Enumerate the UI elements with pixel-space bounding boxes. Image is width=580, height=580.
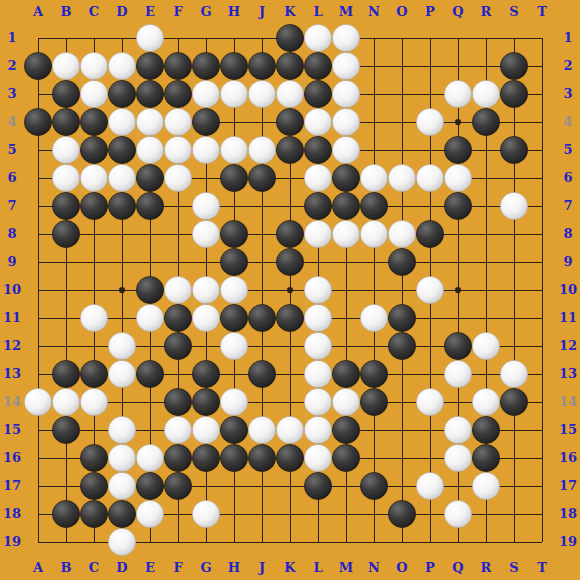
black-stone-L5 xyxy=(304,136,331,163)
row-label-left-10: 10 xyxy=(0,280,26,300)
row-label-left-1: 1 xyxy=(0,28,26,48)
black-stone-E7 xyxy=(136,192,163,219)
black-stone-D3 xyxy=(108,80,135,107)
black-stone-L2 xyxy=(304,52,331,79)
black-stone-B8 xyxy=(52,220,79,247)
col-label-top-Q: Q xyxy=(444,2,472,22)
black-stone-A2 xyxy=(24,52,51,79)
black-stone-F2 xyxy=(164,52,191,79)
black-stone-G2 xyxy=(192,52,219,79)
black-stone-C16 xyxy=(80,444,107,471)
white-stone-G18 xyxy=(192,500,219,527)
col-label-top-H: H xyxy=(220,2,248,22)
black-stone-K16 xyxy=(276,444,303,471)
white-stone-R14 xyxy=(472,388,499,415)
white-stone-B2 xyxy=(52,52,79,79)
black-stone-E2 xyxy=(136,52,163,79)
col-label-top-E: E xyxy=(136,2,164,22)
white-stone-D15 xyxy=(108,416,135,443)
black-stone-R16 xyxy=(472,444,499,471)
white-stone-H3 xyxy=(220,80,247,107)
black-stone-K9 xyxy=(276,248,303,275)
black-stone-O18 xyxy=(388,500,415,527)
white-stone-Q13 xyxy=(444,360,471,387)
row-label-left-2: 2 xyxy=(0,56,26,76)
white-stone-L10 xyxy=(304,276,331,303)
black-stone-H6 xyxy=(220,164,247,191)
black-stone-M13 xyxy=(332,360,359,387)
col-label-bottom-K: K xyxy=(276,558,304,578)
hoshi-D10 xyxy=(119,287,125,293)
row-label-left-15: 15 xyxy=(0,420,26,440)
black-stone-R15 xyxy=(472,416,499,443)
white-stone-C3 xyxy=(80,80,107,107)
white-stone-E18 xyxy=(136,500,163,527)
col-label-top-J: J xyxy=(248,2,276,22)
white-stone-L4 xyxy=(304,108,331,135)
col-label-bottom-Q: Q xyxy=(444,558,472,578)
black-stone-M6 xyxy=(332,164,359,191)
col-label-top-C: C xyxy=(80,2,108,22)
white-stone-H5 xyxy=(220,136,247,163)
black-stone-F17 xyxy=(164,472,191,499)
col-label-bottom-N: N xyxy=(360,558,388,578)
white-stone-M2 xyxy=(332,52,359,79)
row-label-left-11: 11 xyxy=(0,308,26,328)
black-stone-N7 xyxy=(360,192,387,219)
white-stone-L1 xyxy=(304,24,331,51)
white-stone-Q6 xyxy=(444,164,471,191)
white-stone-P14 xyxy=(416,388,443,415)
white-stone-E5 xyxy=(136,136,163,163)
black-stone-D5 xyxy=(108,136,135,163)
black-stone-L17 xyxy=(304,472,331,499)
black-stone-B18 xyxy=(52,500,79,527)
black-stone-B15 xyxy=(52,416,79,443)
row-label-right-1: 1 xyxy=(554,28,580,48)
white-stone-G8 xyxy=(192,220,219,247)
black-stone-C7 xyxy=(80,192,107,219)
white-stone-Q15 xyxy=(444,416,471,443)
row-label-left-8: 8 xyxy=(0,224,26,244)
white-stone-O8 xyxy=(388,220,415,247)
black-stone-F3 xyxy=(164,80,191,107)
col-label-bottom-G: G xyxy=(192,558,220,578)
white-stone-M1 xyxy=(332,24,359,51)
black-stone-E3 xyxy=(136,80,163,107)
white-stone-M5 xyxy=(332,136,359,163)
white-stone-B5 xyxy=(52,136,79,163)
black-stone-B7 xyxy=(52,192,79,219)
col-label-bottom-S: S xyxy=(500,558,528,578)
black-stone-B13 xyxy=(52,360,79,387)
black-stone-N13 xyxy=(360,360,387,387)
row-label-left-17: 17 xyxy=(0,476,26,496)
white-stone-D2 xyxy=(108,52,135,79)
white-stone-Q16 xyxy=(444,444,471,471)
row-label-left-18: 18 xyxy=(0,504,26,524)
white-stone-S13 xyxy=(500,360,527,387)
black-stone-S2 xyxy=(500,52,527,79)
white-stone-P6 xyxy=(416,164,443,191)
row-label-right-17: 17 xyxy=(554,476,580,496)
row-label-right-4: 4 xyxy=(554,112,580,132)
col-label-top-B: B xyxy=(52,2,80,22)
white-stone-R3 xyxy=(472,80,499,107)
black-stone-F14 xyxy=(164,388,191,415)
white-stone-J5 xyxy=(248,136,275,163)
black-stone-F12 xyxy=(164,332,191,359)
black-stone-E17 xyxy=(136,472,163,499)
row-label-left-19: 19 xyxy=(0,532,26,552)
col-label-top-A: A xyxy=(24,2,52,22)
black-stone-O11 xyxy=(388,304,415,331)
white-stone-G11 xyxy=(192,304,219,331)
black-stone-F16 xyxy=(164,444,191,471)
row-label-right-19: 19 xyxy=(554,532,580,552)
white-stone-G10 xyxy=(192,276,219,303)
white-stone-F10 xyxy=(164,276,191,303)
black-stone-M16 xyxy=(332,444,359,471)
black-stone-P8 xyxy=(416,220,443,247)
row-label-left-12: 12 xyxy=(0,336,26,356)
row-label-right-15: 15 xyxy=(554,420,580,440)
row-label-left-16: 16 xyxy=(0,448,26,468)
black-stone-K1 xyxy=(276,24,303,51)
col-label-top-M: M xyxy=(332,2,360,22)
black-stone-Q12 xyxy=(444,332,471,359)
white-stone-L8 xyxy=(304,220,331,247)
col-label-top-R: R xyxy=(472,2,500,22)
black-stone-H8 xyxy=(220,220,247,247)
black-stone-S3 xyxy=(500,80,527,107)
black-stone-N17 xyxy=(360,472,387,499)
white-stone-H12 xyxy=(220,332,247,359)
white-stone-F5 xyxy=(164,136,191,163)
black-stone-K5 xyxy=(276,136,303,163)
white-stone-J3 xyxy=(248,80,275,107)
hoshi-Q10 xyxy=(455,287,461,293)
row-label-left-6: 6 xyxy=(0,168,26,188)
white-stone-N11 xyxy=(360,304,387,331)
black-stone-L3 xyxy=(304,80,331,107)
row-label-right-10: 10 xyxy=(554,280,580,300)
black-stone-H16 xyxy=(220,444,247,471)
row-label-right-2: 2 xyxy=(554,56,580,76)
black-stone-E6 xyxy=(136,164,163,191)
col-label-bottom-O: O xyxy=(388,558,416,578)
black-stone-C4 xyxy=(80,108,107,135)
col-label-bottom-F: F xyxy=(164,558,192,578)
col-label-bottom-J: J xyxy=(248,558,276,578)
white-stone-P10 xyxy=(416,276,443,303)
white-stone-E16 xyxy=(136,444,163,471)
white-stone-M14 xyxy=(332,388,359,415)
col-label-top-S: S xyxy=(500,2,528,22)
row-label-right-11: 11 xyxy=(554,308,580,328)
black-stone-K4 xyxy=(276,108,303,135)
black-stone-E10 xyxy=(136,276,163,303)
hoshi-Q4 xyxy=(455,119,461,125)
black-stone-K8 xyxy=(276,220,303,247)
black-stone-A4 xyxy=(24,108,51,135)
black-stone-J16 xyxy=(248,444,275,471)
black-stone-B4 xyxy=(52,108,79,135)
black-stone-K11 xyxy=(276,304,303,331)
col-label-top-G: G xyxy=(192,2,220,22)
row-label-left-14: 14 xyxy=(0,392,26,412)
col-label-bottom-P: P xyxy=(416,558,444,578)
white-stone-L6 xyxy=(304,164,331,191)
col-label-top-P: P xyxy=(416,2,444,22)
black-stone-D18 xyxy=(108,500,135,527)
white-stone-C14 xyxy=(80,388,107,415)
row-label-right-3: 3 xyxy=(554,84,580,104)
col-label-bottom-R: R xyxy=(472,558,500,578)
white-stone-C6 xyxy=(80,164,107,191)
row-label-left-13: 13 xyxy=(0,364,26,384)
black-stone-J11 xyxy=(248,304,275,331)
col-label-bottom-H: H xyxy=(220,558,248,578)
row-label-right-8: 8 xyxy=(554,224,580,244)
white-stone-O6 xyxy=(388,164,415,191)
white-stone-P4 xyxy=(416,108,443,135)
black-stone-F11 xyxy=(164,304,191,331)
white-stone-B14 xyxy=(52,388,79,415)
black-stone-G13 xyxy=(192,360,219,387)
black-stone-S14 xyxy=(500,388,527,415)
white-stone-D17 xyxy=(108,472,135,499)
row-label-left-9: 9 xyxy=(0,252,26,272)
col-label-top-F: F xyxy=(164,2,192,22)
row-label-right-6: 6 xyxy=(554,168,580,188)
black-stone-N14 xyxy=(360,388,387,415)
col-label-top-T: T xyxy=(528,2,556,22)
white-stone-C2 xyxy=(80,52,107,79)
row-label-left-4: 4 xyxy=(0,112,26,132)
white-stone-M8 xyxy=(332,220,359,247)
white-stone-D12 xyxy=(108,332,135,359)
black-stone-O12 xyxy=(388,332,415,359)
black-stone-O9 xyxy=(388,248,415,275)
row-label-left-7: 7 xyxy=(0,196,26,216)
col-label-top-N: N xyxy=(360,2,388,22)
black-stone-G16 xyxy=(192,444,219,471)
black-stone-K2 xyxy=(276,52,303,79)
row-label-right-7: 7 xyxy=(554,196,580,216)
white-stone-A14 xyxy=(24,388,51,415)
white-stone-L12 xyxy=(304,332,331,359)
white-stone-P17 xyxy=(416,472,443,499)
black-stone-S5 xyxy=(500,136,527,163)
hoshi-K10 xyxy=(287,287,293,293)
col-label-bottom-E: E xyxy=(136,558,164,578)
col-label-bottom-C: C xyxy=(80,558,108,578)
black-stone-J6 xyxy=(248,164,275,191)
black-stone-C5 xyxy=(80,136,107,163)
black-stone-D7 xyxy=(108,192,135,219)
col-label-top-O: O xyxy=(388,2,416,22)
white-stone-D16 xyxy=(108,444,135,471)
go-board-screen: ABCDEFGHJKLMNOPQRST ABCDEFGHJKLMNOPQRST … xyxy=(0,0,580,580)
white-stone-K15 xyxy=(276,416,303,443)
white-stone-L13 xyxy=(304,360,331,387)
black-stone-L7 xyxy=(304,192,331,219)
black-stone-H9 xyxy=(220,248,247,275)
row-label-right-14: 14 xyxy=(554,392,580,412)
white-stone-D19 xyxy=(108,528,135,555)
black-stone-J2 xyxy=(248,52,275,79)
white-stone-G3 xyxy=(192,80,219,107)
white-stone-E1 xyxy=(136,24,163,51)
white-stone-Q18 xyxy=(444,500,471,527)
white-stone-H10 xyxy=(220,276,247,303)
white-stone-L16 xyxy=(304,444,331,471)
col-label-top-D: D xyxy=(108,2,136,22)
row-label-right-13: 13 xyxy=(554,364,580,384)
white-stone-G7 xyxy=(192,192,219,219)
white-stone-L15 xyxy=(304,416,331,443)
white-stone-G5 xyxy=(192,136,219,163)
col-label-top-K: K xyxy=(276,2,304,22)
black-stone-C17 xyxy=(80,472,107,499)
white-stone-M4 xyxy=(332,108,359,135)
black-stone-M15 xyxy=(332,416,359,443)
black-stone-R4 xyxy=(472,108,499,135)
black-stone-G14 xyxy=(192,388,219,415)
white-stone-R17 xyxy=(472,472,499,499)
black-stone-M7 xyxy=(332,192,359,219)
col-label-bottom-M: M xyxy=(332,558,360,578)
black-stone-G4 xyxy=(192,108,219,135)
white-stone-C11 xyxy=(80,304,107,331)
row-label-right-16: 16 xyxy=(554,448,580,468)
black-stone-B3 xyxy=(52,80,79,107)
white-stone-H14 xyxy=(220,388,247,415)
col-label-bottom-L: L xyxy=(304,558,332,578)
black-stone-H2 xyxy=(220,52,247,79)
col-label-bottom-B: B xyxy=(52,558,80,578)
white-stone-M3 xyxy=(332,80,359,107)
white-stone-B6 xyxy=(52,164,79,191)
row-label-left-5: 5 xyxy=(0,140,26,160)
col-label-bottom-A: A xyxy=(24,558,52,578)
white-stone-E4 xyxy=(136,108,163,135)
black-stone-H11 xyxy=(220,304,247,331)
row-label-right-5: 5 xyxy=(554,140,580,160)
black-stone-J13 xyxy=(248,360,275,387)
white-stone-K3 xyxy=(276,80,303,107)
col-label-top-L: L xyxy=(304,2,332,22)
black-stone-C13 xyxy=(80,360,107,387)
black-stone-Q5 xyxy=(444,136,471,163)
row-label-right-18: 18 xyxy=(554,504,580,524)
white-stone-D4 xyxy=(108,108,135,135)
black-stone-H15 xyxy=(220,416,247,443)
white-stone-L11 xyxy=(304,304,331,331)
white-stone-N6 xyxy=(360,164,387,191)
row-label-right-12: 12 xyxy=(554,336,580,356)
row-label-left-3: 3 xyxy=(0,84,26,104)
black-stone-C18 xyxy=(80,500,107,527)
white-stone-E11 xyxy=(136,304,163,331)
white-stone-R12 xyxy=(472,332,499,359)
white-stone-G15 xyxy=(192,416,219,443)
white-stone-F4 xyxy=(164,108,191,135)
row-label-right-9: 9 xyxy=(554,252,580,272)
white-stone-F15 xyxy=(164,416,191,443)
white-stone-D13 xyxy=(108,360,135,387)
white-stone-N8 xyxy=(360,220,387,247)
goban[interactable] xyxy=(24,24,556,556)
white-stone-J15 xyxy=(248,416,275,443)
black-stone-E13 xyxy=(136,360,163,387)
col-label-bottom-D: D xyxy=(108,558,136,578)
white-stone-D6 xyxy=(108,164,135,191)
white-stone-L14 xyxy=(304,388,331,415)
white-stone-S7 xyxy=(500,192,527,219)
white-stone-Q3 xyxy=(444,80,471,107)
col-label-bottom-T: T xyxy=(528,558,556,578)
black-stone-Q7 xyxy=(444,192,471,219)
white-stone-F6 xyxy=(164,164,191,191)
